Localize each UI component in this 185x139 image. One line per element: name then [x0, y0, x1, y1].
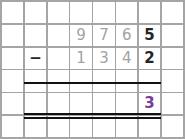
grid-cell-r2c1: −	[25, 48, 46, 69]
grid-cell-r3c2	[48, 70, 69, 91]
grid-cell-r0c6	[139, 2, 160, 23]
grid-cell-r0c1	[25, 2, 46, 23]
grid-cell-r0c0	[2, 2, 23, 23]
grid-cell-r3c7	[162, 70, 183, 91]
grid-cell-r1c4: 7	[93, 25, 114, 46]
grid-cell-r3c0	[2, 70, 23, 91]
answer-double-line-top	[24, 113, 161, 115]
grid-cell-r4c7[interactable]	[162, 93, 183, 114]
grid-cell-r5c0	[2, 116, 23, 137]
grid-cell-r3c5	[116, 70, 137, 91]
grid-cell-r2c4: 3	[93, 48, 114, 69]
grid-cell-r0c7	[162, 2, 183, 23]
grid-cell-r4c5[interactable]	[116, 93, 137, 114]
answer-double-line-bottom	[24, 117, 161, 119]
grid-cell-r1c5: 6	[116, 25, 137, 46]
grid-cell-r1c6: 5	[139, 25, 160, 46]
grid-cell-r4c1[interactable]	[25, 93, 46, 114]
grid-cell-r2c7	[162, 48, 183, 69]
grid-cell-r3c4	[93, 70, 114, 91]
grid-cell-r1c1	[25, 25, 46, 46]
grid-cell-r1c2	[48, 25, 69, 46]
grid-cell-r4c0[interactable]	[2, 93, 23, 114]
grid-cell-r0c5	[116, 2, 137, 23]
grid-cell-r2c5: 4	[116, 48, 137, 69]
grid-cell-r1c0	[2, 25, 23, 46]
grid-cell-r0c4	[93, 2, 114, 23]
grid-cell-r1c7	[162, 25, 183, 46]
grid-cell-r4c4[interactable]	[93, 93, 114, 114]
grid-cell-r3c1	[25, 70, 46, 91]
grid-cell-r2c2	[48, 48, 69, 69]
grid-cell-r4c3[interactable]	[70, 93, 91, 114]
grid-cell-r1c3: 9	[70, 25, 91, 46]
grid-cell-r0c2	[48, 2, 69, 23]
grid-cell-r0c3	[70, 2, 91, 23]
grid-cell-r3c3	[70, 70, 91, 91]
worksheet-grid: 9765−13423	[0, 0, 185, 139]
subtraction-rule-line	[24, 82, 161, 84]
grid-cell-r2c6: 2	[139, 48, 160, 69]
grid-cell-r5c7	[162, 116, 183, 137]
grid-cell-r3c6	[139, 70, 160, 91]
grid-cell-r2c0	[2, 48, 23, 69]
grid-cell-r2c3: 1	[70, 48, 91, 69]
grid-cell-r4c2[interactable]	[48, 93, 69, 114]
grid-cell-r4c6[interactable]: 3	[139, 93, 160, 114]
